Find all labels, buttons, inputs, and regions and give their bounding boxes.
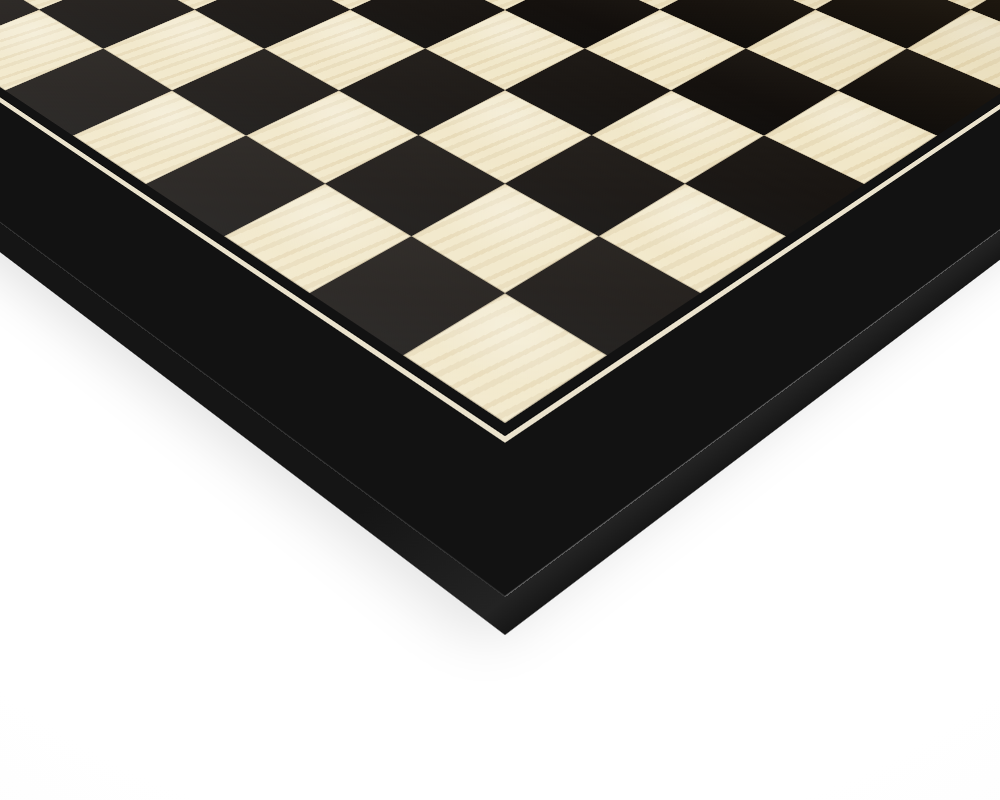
product-photo-scene [0,0,1000,800]
chess-board [0,0,1000,597]
